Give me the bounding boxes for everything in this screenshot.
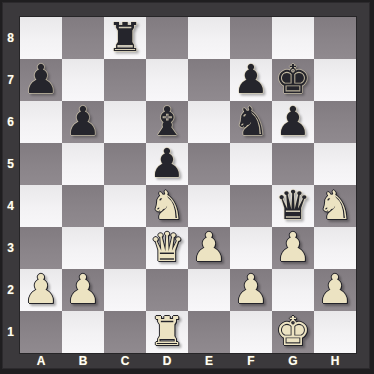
square-c7[interactable] bbox=[104, 59, 146, 101]
square-f5[interactable] bbox=[230, 143, 272, 185]
rank-label-6: 6 bbox=[2, 101, 19, 143]
square-c1[interactable] bbox=[104, 311, 146, 353]
file-labels: ABCDEFGH bbox=[20, 352, 356, 369]
square-h1[interactable] bbox=[314, 311, 356, 353]
file-label-c: C bbox=[104, 352, 146, 369]
square-c8[interactable]: ♜ bbox=[104, 17, 146, 59]
rank-label-1: 1 bbox=[2, 311, 19, 353]
square-e5[interactable] bbox=[188, 143, 230, 185]
square-a3[interactable] bbox=[20, 227, 62, 269]
square-d2[interactable] bbox=[146, 269, 188, 311]
file-label-e: E bbox=[188, 352, 230, 369]
piece-white-pawn-b2[interactable]: ♟ bbox=[65, 268, 101, 310]
square-g4[interactable]: ♛ bbox=[272, 185, 314, 227]
piece-black-rook-c8[interactable]: ♜ bbox=[107, 16, 143, 58]
piece-black-pawn-g6[interactable]: ♟ bbox=[275, 100, 311, 142]
piece-black-pawn-d5[interactable]: ♟ bbox=[149, 142, 185, 184]
square-h7[interactable] bbox=[314, 59, 356, 101]
piece-black-pawn-a7[interactable]: ♟ bbox=[23, 58, 59, 100]
rank-label-3: 3 bbox=[2, 227, 19, 269]
piece-black-queen-g4[interactable]: ♛ bbox=[275, 184, 311, 226]
square-c4[interactable] bbox=[104, 185, 146, 227]
file-label-h: H bbox=[314, 352, 356, 369]
square-h6[interactable] bbox=[314, 101, 356, 143]
square-a6[interactable] bbox=[20, 101, 62, 143]
square-e4[interactable] bbox=[188, 185, 230, 227]
rank-label-5: 5 bbox=[2, 143, 19, 185]
square-f3[interactable] bbox=[230, 227, 272, 269]
chess-board: ♜♟♟♚♟♝♞♟♟♞♛♞♛♟♟♟♟♟♟♜♚ bbox=[20, 17, 356, 353]
square-b4[interactable] bbox=[62, 185, 104, 227]
square-g1[interactable]: ♚ bbox=[272, 311, 314, 353]
piece-white-queen-d3[interactable]: ♛ bbox=[149, 226, 185, 268]
square-a8[interactable] bbox=[20, 17, 62, 59]
piece-white-pawn-a2[interactable]: ♟ bbox=[23, 268, 59, 310]
rank-label-2: 2 bbox=[2, 269, 19, 311]
square-f8[interactable] bbox=[230, 17, 272, 59]
square-h3[interactable] bbox=[314, 227, 356, 269]
square-h5[interactable] bbox=[314, 143, 356, 185]
square-b1[interactable] bbox=[62, 311, 104, 353]
piece-white-rook-d1[interactable]: ♜ bbox=[149, 310, 185, 352]
square-c3[interactable] bbox=[104, 227, 146, 269]
square-g6[interactable]: ♟ bbox=[272, 101, 314, 143]
square-f2[interactable]: ♟ bbox=[230, 269, 272, 311]
file-label-a: A bbox=[20, 352, 62, 369]
square-f6[interactable]: ♞ bbox=[230, 101, 272, 143]
square-d7[interactable] bbox=[146, 59, 188, 101]
square-e3[interactable]: ♟ bbox=[188, 227, 230, 269]
piece-white-pawn-f2[interactable]: ♟ bbox=[233, 268, 269, 310]
square-c5[interactable] bbox=[104, 143, 146, 185]
square-e8[interactable] bbox=[188, 17, 230, 59]
square-b7[interactable] bbox=[62, 59, 104, 101]
square-a1[interactable] bbox=[20, 311, 62, 353]
square-g7[interactable]: ♚ bbox=[272, 59, 314, 101]
piece-black-king-g7[interactable]: ♚ bbox=[275, 58, 311, 100]
square-a2[interactable]: ♟ bbox=[20, 269, 62, 311]
piece-black-knight-f6[interactable]: ♞ bbox=[233, 100, 269, 142]
square-e1[interactable] bbox=[188, 311, 230, 353]
square-h8[interactable] bbox=[314, 17, 356, 59]
square-g2[interactable] bbox=[272, 269, 314, 311]
rank-label-4: 4 bbox=[2, 185, 19, 227]
piece-white-pawn-h2[interactable]: ♟ bbox=[317, 268, 353, 310]
square-b3[interactable] bbox=[62, 227, 104, 269]
piece-white-pawn-g3[interactable]: ♟ bbox=[275, 226, 311, 268]
square-d8[interactable] bbox=[146, 17, 188, 59]
square-d3[interactable]: ♛ bbox=[146, 227, 188, 269]
square-a7[interactable]: ♟ bbox=[20, 59, 62, 101]
square-a4[interactable] bbox=[20, 185, 62, 227]
piece-black-pawn-b6[interactable]: ♟ bbox=[65, 100, 101, 142]
square-f1[interactable] bbox=[230, 311, 272, 353]
square-e6[interactable] bbox=[188, 101, 230, 143]
square-c6[interactable] bbox=[104, 101, 146, 143]
square-e2[interactable] bbox=[188, 269, 230, 311]
piece-white-knight-d4[interactable]: ♞ bbox=[149, 184, 185, 226]
square-d1[interactable]: ♜ bbox=[146, 311, 188, 353]
file-label-d: D bbox=[146, 352, 188, 369]
square-g3[interactable]: ♟ bbox=[272, 227, 314, 269]
square-f7[interactable]: ♟ bbox=[230, 59, 272, 101]
rank-labels: 87654321 bbox=[2, 17, 19, 353]
piece-white-king-g1[interactable]: ♚ bbox=[275, 310, 311, 352]
square-b2[interactable]: ♟ bbox=[62, 269, 104, 311]
file-label-b: B bbox=[62, 352, 104, 369]
square-e7[interactable] bbox=[188, 59, 230, 101]
square-d4[interactable]: ♞ bbox=[146, 185, 188, 227]
file-label-f: F bbox=[230, 352, 272, 369]
square-d5[interactable]: ♟ bbox=[146, 143, 188, 185]
square-g5[interactable] bbox=[272, 143, 314, 185]
piece-white-knight-h4[interactable]: ♞ bbox=[317, 184, 353, 226]
square-b5[interactable] bbox=[62, 143, 104, 185]
square-a5[interactable] bbox=[20, 143, 62, 185]
piece-white-pawn-e3[interactable]: ♟ bbox=[191, 226, 227, 268]
square-d6[interactable]: ♝ bbox=[146, 101, 188, 143]
rank-label-8: 8 bbox=[2, 17, 19, 59]
file-label-g: G bbox=[272, 352, 314, 369]
square-h4[interactable]: ♞ bbox=[314, 185, 356, 227]
square-b8[interactable] bbox=[62, 17, 104, 59]
square-g8[interactable] bbox=[272, 17, 314, 59]
square-b6[interactable]: ♟ bbox=[62, 101, 104, 143]
chess-board-window: 87654321 ABCDEFGH ♜♟♟♚♟♝♞♟♟♞♛♞♛♟♟♟♟♟♟♜♚ bbox=[0, 0, 374, 374]
piece-black-pawn-f7[interactable]: ♟ bbox=[233, 58, 269, 100]
square-h2[interactable]: ♟ bbox=[314, 269, 356, 311]
square-f4[interactable] bbox=[230, 185, 272, 227]
piece-black-bishop-d6[interactable]: ♝ bbox=[149, 100, 185, 142]
rank-label-7: 7 bbox=[2, 59, 19, 101]
square-c2[interactable] bbox=[104, 269, 146, 311]
